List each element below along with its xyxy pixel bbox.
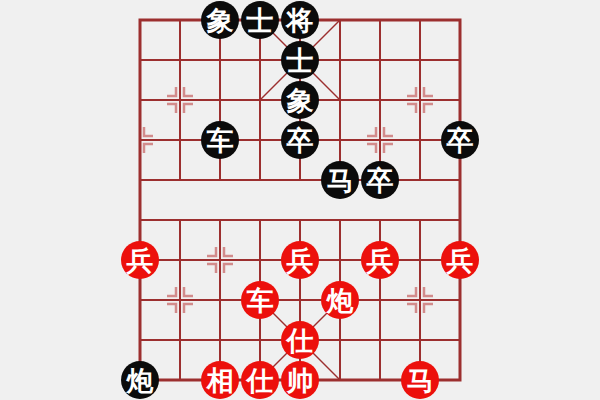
- piece-black-general[interactable]: 将: [280, 0, 320, 40]
- piece-red-chariot[interactable]: 车: [240, 280, 280, 320]
- piece-glyph: 车: [241, 281, 279, 319]
- piece-black-horse[interactable]: 马: [320, 160, 360, 200]
- piece-black-elephant[interactable]: 象: [200, 0, 240, 40]
- piece-glyph: 相: [201, 361, 239, 399]
- piece-glyph: 仕: [241, 361, 279, 399]
- piece-red-horse[interactable]: 马: [400, 360, 440, 400]
- piece-glyph: 象: [281, 81, 319, 119]
- xiangqi-board: 象士将士象车卒卒马卒炮兵兵兵兵车炮仕相仕帅马: [0, 0, 600, 400]
- piece-black-advisor[interactable]: 士: [240, 0, 280, 40]
- piece-glyph: 兵: [361, 241, 399, 279]
- piece-black-soldier[interactable]: 卒: [440, 120, 480, 160]
- piece-glyph: 马: [401, 361, 439, 399]
- piece-black-soldier[interactable]: 卒: [280, 120, 320, 160]
- piece-black-elephant[interactable]: 象: [280, 80, 320, 120]
- piece-black-chariot[interactable]: 车: [200, 120, 240, 160]
- piece-glyph: 炮: [321, 281, 359, 319]
- pieces-layer: 象士将士象车卒卒马卒炮兵兵兵兵车炮仕相仕帅马: [120, 0, 480, 400]
- piece-black-cannon[interactable]: 炮: [120, 360, 160, 400]
- piece-glyph: 马: [321, 161, 359, 199]
- piece-glyph: 象: [201, 1, 239, 39]
- piece-glyph: 士: [281, 41, 319, 79]
- piece-glyph: 将: [281, 1, 319, 39]
- piece-glyph: 兵: [121, 241, 159, 279]
- piece-glyph: 车: [201, 121, 239, 159]
- piece-red-general[interactable]: 帅: [280, 360, 320, 400]
- piece-red-soldier[interactable]: 兵: [360, 240, 400, 280]
- piece-red-elephant[interactable]: 相: [200, 360, 240, 400]
- piece-glyph: 帅: [281, 361, 319, 399]
- piece-red-advisor[interactable]: 仕: [280, 320, 320, 360]
- piece-glyph: 卒: [361, 161, 399, 199]
- piece-black-soldier[interactable]: 卒: [360, 160, 400, 200]
- piece-black-advisor[interactable]: 士: [280, 40, 320, 80]
- piece-red-advisor[interactable]: 仕: [240, 360, 280, 400]
- piece-glyph: 士: [241, 1, 279, 39]
- piece-glyph: 兵: [441, 241, 479, 279]
- piece-red-cannon[interactable]: 炮: [320, 280, 360, 320]
- piece-glyph: 兵: [281, 241, 319, 279]
- piece-glyph: 仕: [281, 321, 319, 359]
- piece-red-soldier[interactable]: 兵: [120, 240, 160, 280]
- piece-red-soldier[interactable]: 兵: [280, 240, 320, 280]
- piece-glyph: 炮: [121, 361, 159, 399]
- piece-glyph: 卒: [281, 121, 319, 159]
- piece-red-soldier[interactable]: 兵: [440, 240, 480, 280]
- piece-glyph: 卒: [441, 121, 479, 159]
